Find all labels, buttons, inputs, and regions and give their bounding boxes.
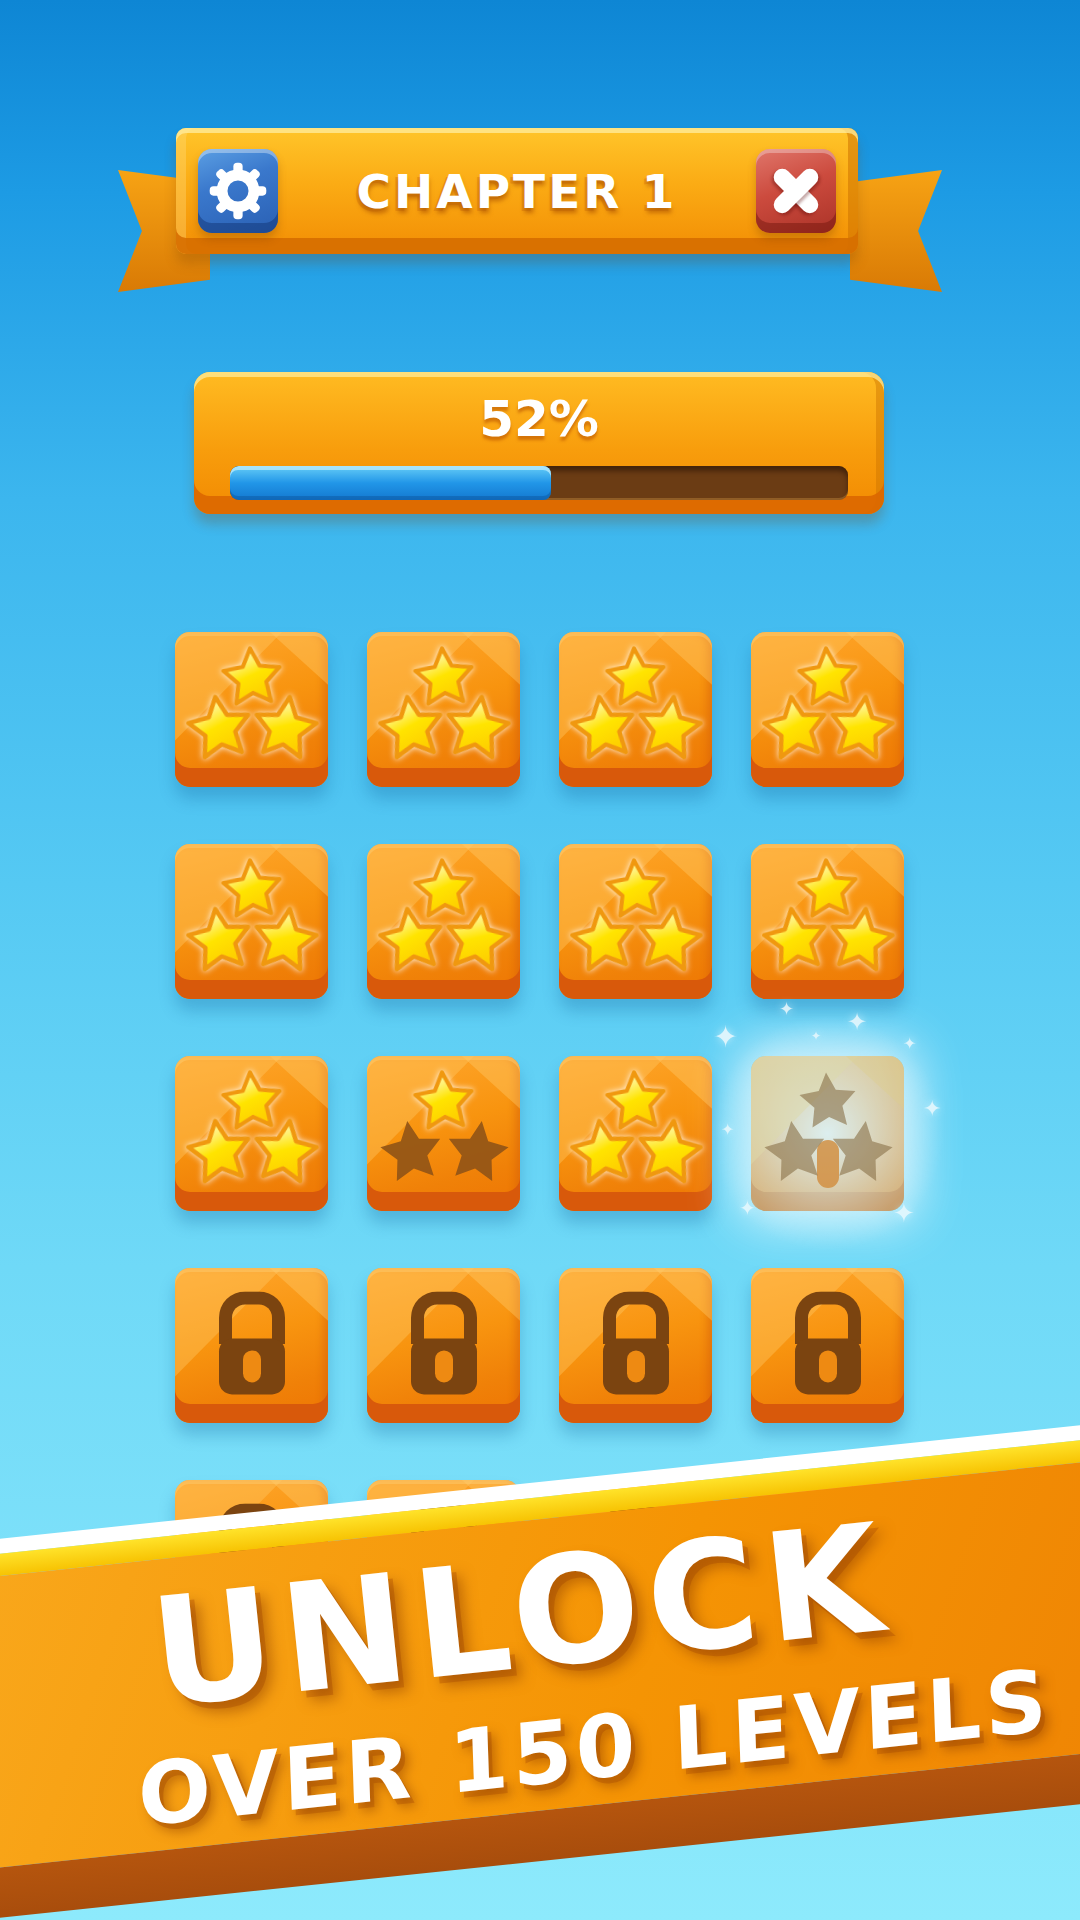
gold-star-icon (245, 899, 325, 979)
level-tile-r1c4-completed[interactable] (751, 632, 904, 787)
progress-fill (230, 466, 551, 500)
sparkle-icon: ✦ (923, 1098, 941, 1120)
padlock-icon (219, 1291, 285, 1394)
ribbon-tail-right (850, 170, 942, 292)
gold-star-icon (437, 899, 517, 979)
sparkle-icon: ✦ (739, 1198, 756, 1218)
progress-percent: 52% (194, 390, 884, 448)
gold-star-icon (437, 687, 517, 767)
level-tile-r1c1-completed[interactable] (175, 632, 328, 787)
gold-star-icon (245, 687, 325, 767)
sparkle-icon: ✦ (713, 1022, 738, 1052)
star-rating (367, 632, 520, 787)
level-tile-r2c2-completed[interactable] (367, 844, 520, 999)
level-tile-r2c3-completed[interactable] (559, 844, 712, 999)
sparkle-icon: ✦ (847, 1010, 867, 1034)
sparkle-icon: ✦ (811, 1030, 821, 1042)
level-tile-r3c1-completed[interactable] (175, 1056, 328, 1211)
gold-star-icon (821, 687, 901, 767)
sparkle-icon: ✦ (721, 1122, 734, 1138)
level-tile-r3c4-current[interactable]: ✦✦✦✦✦✦✦✦✦ (751, 1056, 904, 1211)
star-rating (175, 844, 328, 999)
star-rating (559, 1056, 712, 1211)
star-rating (751, 844, 904, 999)
level-tile-r2c1-completed[interactable] (175, 844, 328, 999)
gold-star-icon (245, 1111, 325, 1191)
level-tile-r1c3-completed[interactable] (559, 632, 712, 787)
close-button[interactable] (756, 149, 836, 233)
level-tile-r1c2-completed[interactable] (367, 632, 520, 787)
star-rating (367, 1056, 520, 1211)
settings-button[interactable] (198, 149, 278, 233)
gear-icon (209, 162, 267, 220)
progress-track (230, 466, 848, 500)
gold-star-icon (629, 687, 709, 767)
star-rating (175, 1056, 328, 1211)
level-select-screen: CHAPTER 1 52% (0, 0, 1080, 1920)
sparkle-icon: ✦ (893, 1200, 915, 1226)
padlock-icon (411, 1291, 477, 1394)
sparkle-icon: ✦ (779, 1000, 794, 1018)
gold-star-icon (629, 1111, 709, 1191)
progress-panel: 52% (194, 372, 884, 514)
padlock-icon (603, 1291, 669, 1394)
star-rating (367, 844, 520, 999)
level-tile-r2c4-completed[interactable] (751, 844, 904, 999)
star-rating (559, 844, 712, 999)
gold-star-icon (629, 899, 709, 979)
sparkle-icon: ✦ (903, 1036, 916, 1052)
level-tile-r4c3-locked[interactable] (559, 1268, 712, 1423)
level-tile-r3c3-completed[interactable] (559, 1056, 712, 1211)
padlock-icon (795, 1291, 861, 1394)
level-tile-r4c2-locked[interactable] (367, 1268, 520, 1423)
gold-star-icon (821, 899, 901, 979)
promo-banner: UNLOCK OVER 150 LEVELS (0, 1413, 1080, 1920)
chapter-title: CHAPTER 1 (278, 164, 756, 219)
star-rating (751, 1056, 904, 1211)
ribbon-bar: CHAPTER 1 (176, 128, 858, 254)
level-tile-r3c2-completed[interactable] (367, 1056, 520, 1211)
level-tile-r4c4-locked[interactable] (751, 1268, 904, 1423)
dark-star-icon (821, 1111, 901, 1191)
level-tile-r4c1-locked[interactable] (175, 1268, 328, 1423)
star-rating (751, 632, 904, 787)
dark-star-icon (437, 1111, 517, 1191)
star-rating (175, 632, 328, 787)
star-rating (559, 632, 712, 787)
